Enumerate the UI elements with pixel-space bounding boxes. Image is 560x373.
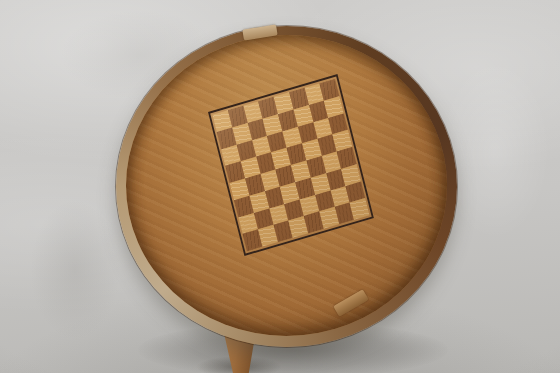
floor-stain: [440, 60, 550, 240]
floor-stain: [30, 200, 120, 340]
square-h1: [350, 198, 370, 220]
scene: [0, 0, 560, 373]
